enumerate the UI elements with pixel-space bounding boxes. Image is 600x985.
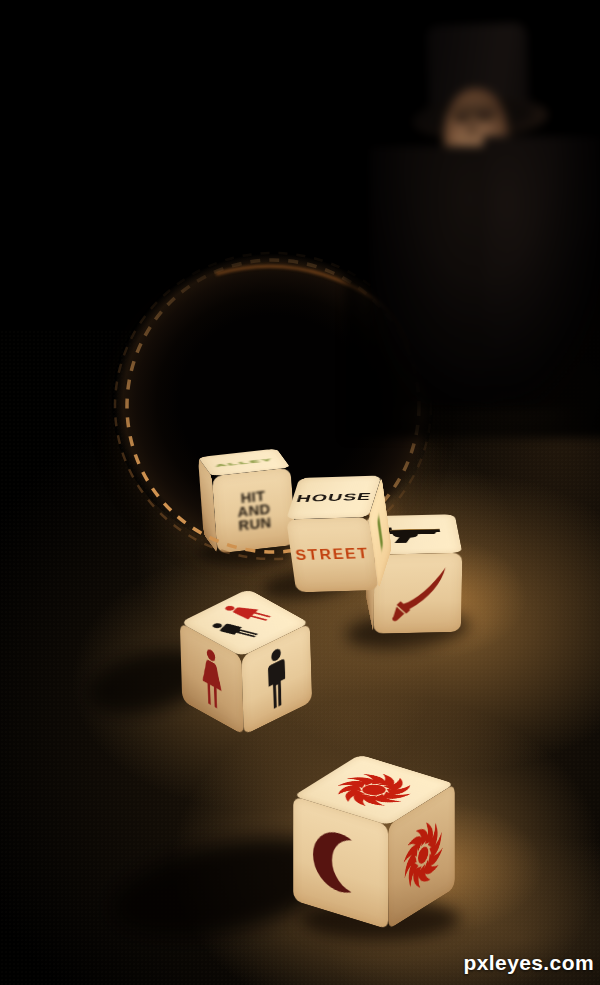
- location-die-top-face: HOUSE: [286, 476, 381, 520]
- location-die: HOUSE STREET: [293, 496, 385, 571]
- partial-green-text: [377, 515, 383, 550]
- man-in-top-hat: [375, 8, 600, 408]
- pistol-icon: [383, 524, 446, 545]
- house-label: HOUSE: [295, 491, 373, 504]
- figure-dark-fade: [345, 0, 600, 438]
- man-icon: [262, 642, 291, 717]
- street-label: STREET: [295, 546, 371, 564]
- flame-icon: [400, 804, 447, 906]
- crescent-moon-icon: [310, 820, 371, 905]
- time-die: [341, 769, 408, 915]
- couple-icons: [206, 602, 283, 643]
- woman-icon: [198, 642, 225, 716]
- person-die: [211, 606, 282, 718]
- watermark: pxleyes.com: [464, 951, 594, 975]
- location-die-front-face: STREET: [286, 517, 378, 592]
- knife-icon: [386, 564, 450, 622]
